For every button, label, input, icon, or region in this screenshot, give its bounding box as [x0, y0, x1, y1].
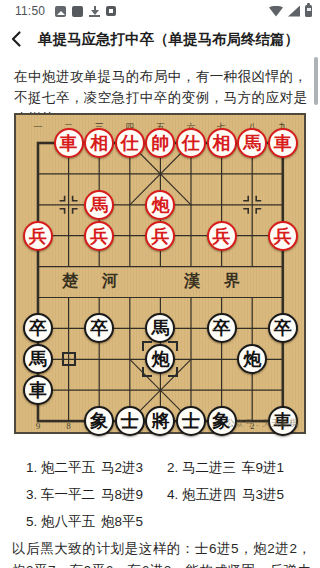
move-number: 1.	[26, 460, 37, 475]
app-notification-icon	[72, 6, 83, 17]
page-title: 单提马应急打中卒（单提马布局终结篇）	[38, 30, 299, 49]
back-button[interactable]	[0, 22, 34, 56]
image-notification-icon	[55, 6, 66, 17]
file-label-bottom: 9	[36, 421, 41, 431]
move-list: 1. 炮二平五马2进32. 马二进三车9进13. 车一平二马8进94. 炮五进四…	[26, 458, 308, 539]
black-pawn: 卒	[268, 313, 298, 343]
red-move: 车一平二	[41, 487, 95, 502]
red-advisor: 仕	[176, 128, 206, 158]
move-row: 3. 车一平二马8进94. 炮五进四马3进5	[26, 485, 308, 512]
move-row: 5. 炮八平五炮8平5	[26, 512, 308, 539]
red-pawn: 兵	[145, 221, 175, 251]
red-cannon: 炮	[145, 190, 175, 220]
battery-icon	[305, 5, 312, 17]
plan-paragraph: 以后黑大致的计划是这样的：士6进5，炮2进2，炮2平7，车9平6，车6进2，能构…	[12, 538, 311, 568]
wifi-icon	[269, 6, 283, 17]
red-elephant: 相	[207, 128, 237, 158]
river-label-left: 楚 河	[62, 271, 128, 292]
file-label-bottom: 8	[66, 421, 71, 431]
last-move-to-marker	[142, 341, 178, 377]
move-number: 4.	[167, 487, 178, 502]
black-move: 车9进1	[242, 460, 284, 475]
watermark: 公众号：天天象棋	[226, 417, 298, 430]
system-icons	[269, 5, 312, 17]
black-rook: 車	[23, 375, 53, 405]
red-advisor: 仕	[115, 128, 145, 158]
board-grid	[16, 115, 304, 432]
black-advisor: 士	[176, 406, 206, 436]
chevron-left-icon	[8, 30, 26, 48]
red-move: 炮五进四	[182, 487, 236, 502]
red-pawn: 兵	[207, 221, 237, 251]
xiangqi-board[interactable]: 一二三四五六七八九 987654321 楚 河 漢 界 車相仕帥仕相馬車馬炮兵兵…	[14, 113, 306, 434]
black-pawn: 卒	[207, 313, 237, 343]
black-move: 炮8平5	[101, 514, 143, 529]
red-horse: 馬	[84, 190, 114, 220]
red-rook: 車	[268, 128, 298, 158]
move-entry: 3. 车一平二马8进9	[26, 485, 143, 512]
move-entry: 4. 炮五进四马3进5	[167, 485, 284, 512]
move-number: 3.	[26, 487, 37, 502]
move-entry: 1. 炮二平五马2进3	[26, 458, 143, 485]
move-entry: 2. 马二进三车9进1	[167, 458, 284, 485]
red-pawn: 兵	[84, 221, 114, 251]
move-number: 5.	[26, 514, 37, 529]
message-notification-icon	[106, 6, 116, 16]
red-move: 炮八平五	[41, 514, 95, 529]
black-advisor: 士	[115, 406, 145, 436]
status-bar: 11:50	[0, 0, 320, 22]
red-pawn: 兵	[23, 221, 53, 251]
river-label-right: 漢 界	[184, 271, 250, 292]
move-entry: 5. 炮八平五炮8平5	[26, 512, 143, 539]
red-pawn: 兵	[268, 221, 298, 251]
cellular-signal-icon	[288, 6, 300, 17]
file-label-top: 一	[34, 121, 43, 134]
red-move: 炮二平五	[41, 460, 95, 475]
scrollbar-thumb[interactable]	[314, 57, 318, 105]
download-icon	[89, 6, 100, 17]
move-row: 1. 炮二平五马2进32. 马二进三车9进1	[26, 458, 308, 485]
red-horse: 馬	[237, 128, 267, 158]
red-elephant: 相	[84, 128, 114, 158]
red-move: 马二进三	[182, 460, 236, 475]
notification-icons	[55, 6, 116, 17]
move-number: 2.	[167, 460, 178, 475]
red-rook: 車	[54, 128, 84, 158]
black-move: 马8进9	[101, 487, 143, 502]
black-move: 马2进3	[101, 460, 143, 475]
last-move-from-marker	[62, 352, 76, 366]
clock: 11:50	[15, 4, 45, 18]
nav-bar: 单提马应急打中卒（单提马布局终结篇）	[0, 22, 320, 56]
black-move: 马3进5	[242, 487, 284, 502]
